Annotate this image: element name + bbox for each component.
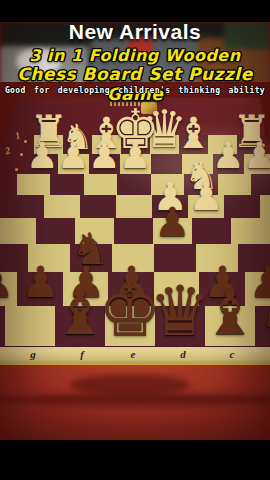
file-label-strip: g f e d c [0, 346, 270, 365]
title-text: New Arrivals [0, 20, 270, 44]
file-label-g: g [23, 348, 43, 360]
file-label-e: e [123, 348, 143, 360]
top-letterbox-bar [0, 0, 270, 22]
hinge-rivet-icon [15, 168, 18, 171]
headline-line2: Chess Board Set Puzzle Game [0, 64, 270, 104]
board-row [8, 195, 270, 218]
board-row [0, 306, 270, 346]
board-row [34, 135, 266, 154]
file-label-d: d [173, 348, 193, 360]
file-label-c: c [222, 348, 242, 360]
file-label-f: f [72, 348, 92, 360]
subline-text: Good for developing children's thinking … [0, 86, 270, 95]
bottom-letterbox-bar [0, 440, 270, 480]
board-row [0, 244, 270, 272]
hinge-rivet-icon [24, 140, 27, 143]
board-row [0, 272, 270, 306]
board-row [27, 154, 270, 174]
hinge-rivet-icon [20, 153, 23, 156]
video-frame: 1 2 g f e d c ♜♞♝♛♚♝♜♟♟♟♟♟♟♟♞♟♟♟♞♟♟♟♟♟♟♜… [0, 0, 270, 480]
board-row [17, 174, 270, 195]
headline-line1: 3 in 1 Folding Wooden [0, 46, 270, 65]
board-row [0, 218, 270, 244]
